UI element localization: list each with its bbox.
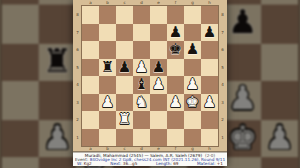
square-e8: [150, 6, 167, 24]
square-g5: [184, 59, 201, 77]
square-g6: ♟: [184, 41, 201, 59]
white-rook-c2: ♜: [118, 111, 131, 129]
square-b6: [99, 41, 116, 59]
square-e3: [150, 94, 167, 112]
white-pawn-f3: ♟: [169, 94, 182, 112]
square-h4: [201, 76, 218, 94]
rank-label-8: 8: [218, 6, 227, 24]
white-pawn-d5: ♟: [135, 59, 148, 77]
square-b1: [99, 129, 116, 147]
rank-label-4: 4: [218, 76, 227, 94]
square-b5: ♜: [99, 59, 116, 77]
chess-board: ♟♟♚♟♜♟♟♟♝♟♟♟♞♟♚♟♜: [82, 6, 218, 146]
square-a4: [82, 76, 99, 94]
rank-label-4: 4: [73, 76, 82, 94]
square-b7: [99, 24, 116, 42]
black-bishop-d4: ♝: [135, 76, 148, 94]
black-rook-b5: ♜: [101, 59, 114, 77]
frame-corner: [218, 146, 227, 151]
white-pawn-b3: ♟: [101, 94, 114, 112]
square-c1: [116, 129, 133, 147]
square-c2: ♜: [116, 111, 133, 129]
square-a3: [82, 94, 99, 112]
square-c3: [116, 94, 133, 112]
square-f7: ♟: [167, 24, 184, 42]
square-g7: [184, 24, 201, 42]
black-pawn-c5: ♟: [118, 59, 131, 77]
square-h3: ♟: [201, 94, 218, 112]
game-info-caption: Muradli, Mahammad (2545) — Salem, A.R. S…: [73, 152, 227, 166]
square-b2: [99, 111, 116, 129]
square-b4: [99, 76, 116, 94]
rank-label-3: 3: [73, 94, 82, 112]
square-f3: ♟: [167, 94, 184, 112]
square-c8: [116, 6, 133, 24]
square-a8: [82, 6, 99, 24]
video-frame: abcdefgh 87654321 ♟♟♚♟♜♟♟♟♝♟♟♟♞♟♚♟♜ 8765…: [0, 0, 300, 168]
white-pawn-e4: ♟: [152, 76, 165, 94]
square-a6: [82, 41, 99, 59]
square-a2: [82, 111, 99, 129]
square-f5: [167, 59, 184, 77]
square-f1: [167, 129, 184, 147]
square-c6: [116, 41, 133, 59]
square-b8: [99, 6, 116, 24]
frame-corner: [73, 146, 82, 151]
square-g3: ♚: [184, 94, 201, 112]
square-e7: [150, 24, 167, 42]
black-pawn-f7: ♟: [169, 24, 182, 42]
move-info-line: W: Kg2 Next: 36...g5 Length: 69 Material…: [73, 162, 227, 166]
rank-label-2: 2: [218, 111, 227, 129]
rank-label-6: 6: [73, 41, 82, 59]
square-g4: ♟: [184, 76, 201, 94]
square-e4: ♟: [150, 76, 167, 94]
square-d7: [133, 24, 150, 42]
game-length: Length: 69: [156, 162, 179, 166]
square-f4: [167, 76, 184, 94]
rank-label-7: 7: [218, 24, 227, 42]
square-h8: [201, 6, 218, 24]
square-g8: [184, 6, 201, 24]
black-pawn-g6: ♟: [186, 41, 199, 59]
white-pawn-g4: ♟: [186, 76, 199, 94]
square-h2: [201, 111, 218, 129]
square-a7: [82, 24, 99, 42]
black-king-f6: ♚: [169, 41, 182, 59]
square-h1: [201, 129, 218, 147]
last-move: W: Kg2: [77, 162, 92, 166]
file-label-a: a: [82, 146, 99, 151]
rank-label-1: 1: [218, 129, 227, 147]
square-b3: ♟: [99, 94, 116, 112]
white-knight-d3: ♞: [135, 94, 148, 112]
square-h7: ♟: [201, 24, 218, 42]
file-label-f: f: [167, 146, 184, 151]
square-g2: [184, 111, 201, 129]
square-a1: [82, 129, 99, 147]
material-balance: Material: +1: [197, 162, 223, 166]
file-label-c: c: [116, 146, 133, 151]
rank-label-8: 8: [73, 6, 82, 24]
next-move: Next: 36...g5: [110, 162, 137, 166]
square-f6: ♚: [167, 41, 184, 59]
white-king-g3: ♚: [186, 94, 199, 112]
square-d3: ♞: [133, 94, 150, 112]
file-labels-bottom: abcdefgh: [82, 146, 218, 151]
square-d1: [133, 129, 150, 147]
square-d2: [133, 111, 150, 129]
black-pawn-h7: ♟: [203, 24, 216, 42]
square-e5: ♟: [150, 59, 167, 77]
rank-label-5: 5: [218, 59, 227, 77]
square-d5: ♟: [133, 59, 150, 77]
square-c7: [116, 24, 133, 42]
file-label-b: b: [99, 146, 116, 151]
rank-label-6: 6: [218, 41, 227, 59]
square-g1: [184, 129, 201, 147]
rank-label-3: 3: [218, 94, 227, 112]
file-label-d: d: [133, 146, 150, 151]
rank-labels-right: 87654321: [218, 6, 227, 146]
square-a5: [82, 59, 99, 77]
file-label-h: h: [201, 146, 218, 151]
rank-label-7: 7: [73, 24, 82, 42]
rank-label-1: 1: [73, 129, 82, 147]
square-f8: [167, 6, 184, 24]
file-label-g: g: [184, 146, 201, 151]
square-e1: [150, 129, 167, 147]
square-h5: [201, 59, 218, 77]
square-f2: [167, 111, 184, 129]
rank-label-2: 2: [73, 111, 82, 129]
square-c5: ♟: [116, 59, 133, 77]
square-d6: [133, 41, 150, 59]
square-d4: ♝: [133, 76, 150, 94]
file-label-e: e: [150, 146, 167, 151]
square-e6: [150, 41, 167, 59]
square-e2: [150, 111, 167, 129]
square-h6: [201, 41, 218, 59]
black-pawn-e5: ♟: [152, 59, 165, 77]
chess-diagram: abcdefgh 87654321 ♟♟♚♟♜♟♟♟♝♟♟♟♞♟♚♟♜ 8765…: [73, 0, 227, 166]
square-c4: [116, 76, 133, 94]
rank-labels-left: 87654321: [73, 6, 82, 146]
chess-board-frame: abcdefgh 87654321 ♟♟♚♟♜♟♟♟♝♟♟♟♞♟♚♟♜ 8765…: [73, 0, 227, 152]
square-d8: [133, 6, 150, 24]
white-pawn-h3: ♟: [203, 94, 216, 112]
rank-label-5: 5: [73, 59, 82, 77]
